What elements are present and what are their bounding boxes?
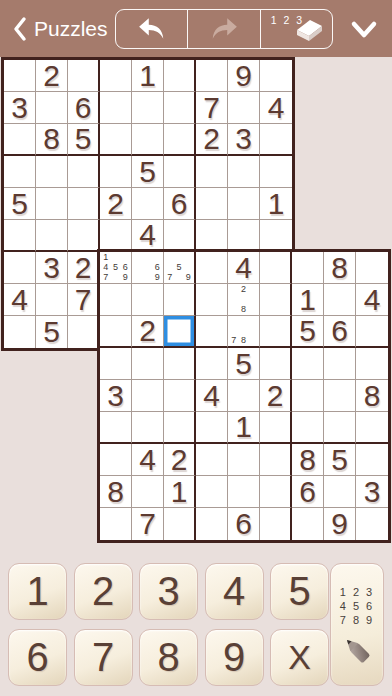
cell-r5c2[interactable] xyxy=(36,188,68,220)
cell-digit: 3 xyxy=(107,381,124,411)
cell-r3c5[interactable] xyxy=(132,124,164,156)
cell-r10c9[interactable] xyxy=(260,348,292,380)
cell-r3c3[interactable]: 5 xyxy=(68,124,100,156)
cell-r5c4[interactable]: 2 xyxy=(100,188,132,220)
cell-r10c4[interactable] xyxy=(100,348,132,380)
collapse-button[interactable] xyxy=(346,13,382,45)
chevron-down-icon xyxy=(349,16,379,42)
cell-r11c8[interactable] xyxy=(228,380,260,412)
cell-r6c4[interactable] xyxy=(100,220,132,252)
cell-r13c12[interactable] xyxy=(356,444,388,476)
header: Puzzles 1 2 3 xyxy=(0,0,392,57)
cell-r1c1[interactable] xyxy=(4,60,36,92)
back-button[interactable]: Puzzles xyxy=(6,0,112,57)
cell-digit: 6 xyxy=(171,189,188,219)
cell-r1c4[interactable] xyxy=(100,60,132,92)
cell-r13c9[interactable] xyxy=(260,444,292,476)
cell-r4c4[interactable] xyxy=(100,156,132,188)
cell-r7c8[interactable]: 4 xyxy=(228,252,260,284)
cell-r5c6[interactable]: 6 xyxy=(164,188,196,220)
cell-digit: 2 xyxy=(203,124,220,154)
pencil-marks: 78 xyxy=(229,317,258,345)
cell-digit: 4 xyxy=(139,445,156,475)
cell-r6c3[interactable] xyxy=(68,220,100,252)
pencil-marks: 69 xyxy=(133,253,162,282)
key-4[interactable]: 4 xyxy=(205,563,264,620)
cell-r1c9[interactable] xyxy=(260,60,292,92)
cell-r12c9[interactable] xyxy=(260,412,292,444)
cell-digit: 4 xyxy=(11,285,28,315)
cell-r3c7[interactable]: 2 xyxy=(196,124,228,156)
cell-r5c5[interactable] xyxy=(132,188,164,220)
cell-r1c3[interactable] xyxy=(68,60,100,92)
pencil-button-line3: 7 8 9 xyxy=(340,613,374,627)
cell-digit: 3 xyxy=(11,93,28,123)
cell-r9c6[interactable] xyxy=(164,316,196,348)
cell-r3c1[interactable] xyxy=(4,124,36,156)
key-5[interactable]: 5 xyxy=(270,563,329,620)
cell-r8c5[interactable] xyxy=(132,284,164,316)
undo-icon xyxy=(137,16,167,42)
cell-r8c11[interactable] xyxy=(324,284,356,316)
erase-pencil-marks-button[interactable]: 1 2 3 xyxy=(260,10,332,48)
cell-digit: 7 xyxy=(75,285,92,315)
cell-digit: 2 xyxy=(107,189,124,219)
cell-r3c6[interactable] xyxy=(164,124,196,156)
cell-digit: 8 xyxy=(43,124,60,154)
cell-r2c7[interactable]: 7 xyxy=(196,92,228,124)
cell-r13c7[interactable] xyxy=(196,444,228,476)
cell-r12c8[interactable]: 1 xyxy=(228,412,260,444)
cell-digit: 7 xyxy=(203,93,220,123)
key-6[interactable]: 6 xyxy=(8,629,67,686)
cell-r11c10[interactable] xyxy=(292,380,324,412)
cell-r8c3[interactable]: 7 xyxy=(68,284,100,316)
cell-digit: 5 xyxy=(43,317,60,347)
keypad: 123456789X 1 2 3 4 5 6 7 8 9 xyxy=(0,563,392,689)
cell-r5c7[interactable] xyxy=(196,188,228,220)
cell-r11c4[interactable]: 3 xyxy=(100,380,132,412)
cell-r14c12[interactable]: 3 xyxy=(356,476,388,508)
cell-r1c6[interactable] xyxy=(164,60,196,92)
cell-digit: 6 xyxy=(331,316,348,346)
cell-r8c1[interactable]: 4 xyxy=(4,284,36,316)
cell-r12c11[interactable] xyxy=(324,412,356,444)
cell-r14c8[interactable] xyxy=(228,476,260,508)
cell-digit: 5 xyxy=(331,445,348,475)
key-8[interactable]: 8 xyxy=(139,629,198,686)
key-9[interactable]: 9 xyxy=(205,629,264,686)
cell-r3c9[interactable] xyxy=(260,124,292,156)
pencil-button-line2: 4 5 6 xyxy=(340,599,374,613)
cell-r12c5[interactable] xyxy=(132,412,164,444)
cell-r10c5[interactable] xyxy=(132,348,164,380)
cell-r7c9[interactable] xyxy=(260,252,292,284)
cell-r12c4[interactable] xyxy=(100,412,132,444)
cell-r8c7[interactable] xyxy=(196,284,228,316)
cell-r8c4[interactable] xyxy=(100,284,132,316)
cell-digit: 5 xyxy=(11,189,28,219)
key-x[interactable]: X xyxy=(270,629,329,686)
cell-r13c11[interactable]: 5 xyxy=(324,444,356,476)
cell-r3c4[interactable] xyxy=(100,124,132,156)
cell-digit: 4 xyxy=(203,381,220,411)
cell-r11c5[interactable] xyxy=(132,380,164,412)
cell-r2c4[interactable] xyxy=(100,92,132,124)
cell-r5c8[interactable] xyxy=(228,188,260,220)
cell-r14c10[interactable]: 6 xyxy=(292,476,324,508)
cell-digit: 2 xyxy=(139,316,156,346)
cell-r2c8[interactable] xyxy=(228,92,260,124)
cell-r13c4[interactable] xyxy=(100,444,132,476)
pencil-marks: 579 xyxy=(165,253,193,282)
cell-r14c11[interactable] xyxy=(324,476,356,508)
cell-r10c8[interactable]: 5 xyxy=(228,348,260,380)
cell-r12c7[interactable] xyxy=(196,412,228,444)
cell-r4c8[interactable] xyxy=(228,156,260,188)
cell-r10c11[interactable] xyxy=(324,348,356,380)
cell-r7c4[interactable]: 145679 xyxy=(100,252,132,284)
cell-r14c7[interactable] xyxy=(196,476,228,508)
pencil-marks: 28 xyxy=(229,285,258,314)
cell-r6c9[interactable] xyxy=(260,220,292,252)
cell-digit: 1 xyxy=(268,189,285,219)
cell-digit: 1 xyxy=(299,285,316,315)
cell-digit: 2 xyxy=(171,445,188,475)
key-7[interactable]: 7 xyxy=(74,629,133,686)
cell-r2c2[interactable] xyxy=(36,92,68,124)
cell-digit: 8 xyxy=(364,381,381,411)
cell-r4c7[interactable] xyxy=(196,156,228,188)
toolbar: 1 2 3 xyxy=(115,9,333,49)
cell-r12c12[interactable] xyxy=(356,412,388,444)
cell-r9c4[interactable] xyxy=(100,316,132,348)
cell-r13c10[interactable]: 8 xyxy=(292,444,324,476)
cell-digit: 3 xyxy=(364,477,381,507)
cell-r4c9[interactable] xyxy=(260,156,292,188)
cell-r2c5[interactable] xyxy=(132,92,164,124)
cell-r11c12[interactable]: 8 xyxy=(356,380,388,412)
cell-r2c9[interactable]: 4 xyxy=(260,92,292,124)
cell-r11c11[interactable] xyxy=(324,380,356,412)
cell-digit: 5 xyxy=(235,349,252,379)
cell-r4c1[interactable] xyxy=(4,156,36,188)
cell-r9c1[interactable] xyxy=(4,316,36,348)
sudoku-grid-2: 145679695794828142785653428142858163769 xyxy=(97,249,391,543)
cell-r15c5[interactable]: 7 xyxy=(132,508,164,540)
cell-digit: 5 xyxy=(139,157,156,187)
pencil-icon xyxy=(338,631,376,669)
cell-r6c6[interactable] xyxy=(164,220,196,252)
cell-digit: 9 xyxy=(331,509,348,539)
key-3[interactable]: 3 xyxy=(139,563,198,620)
cell-r9c10[interactable]: 5 xyxy=(292,316,324,348)
cell-r7c5[interactable]: 69 xyxy=(132,252,164,284)
cell-r1c8[interactable]: 9 xyxy=(228,60,260,92)
cell-r9c11[interactable]: 6 xyxy=(324,316,356,348)
pencil-mode-button[interactable]: 1 2 3 4 5 6 7 8 9 xyxy=(330,563,384,686)
cell-r8c9[interactable] xyxy=(260,284,292,316)
cell-r11c9[interactable]: 2 xyxy=(260,380,292,412)
undo-button[interactable] xyxy=(116,10,187,48)
chevron-left-icon xyxy=(10,16,30,42)
board: 2193674852355261432145679695794472852781… xyxy=(0,57,392,549)
cell-r9c9[interactable] xyxy=(260,316,292,348)
cell-r2c3[interactable]: 6 xyxy=(68,92,100,124)
redo-icon xyxy=(209,16,239,42)
cell-r6c5[interactable]: 4 xyxy=(132,220,164,252)
cell-r6c1[interactable] xyxy=(4,220,36,252)
pencil-button-line1: 1 2 3 xyxy=(340,585,374,599)
cell-digit: 1 xyxy=(171,477,188,507)
cell-r7c3[interactable]: 2 xyxy=(68,252,100,284)
cell-digit: 3 xyxy=(235,124,252,154)
back-label: Puzzles xyxy=(34,17,108,41)
cell-r5c9[interactable]: 1 xyxy=(260,188,292,220)
cell-digit: 1 xyxy=(235,412,252,442)
cell-r9c12[interactable] xyxy=(356,316,388,348)
cell-r14c4[interactable]: 8 xyxy=(100,476,132,508)
cell-digit: 4 xyxy=(364,285,381,315)
cell-r6c2[interactable] xyxy=(36,220,68,252)
cell-r10c10[interactable] xyxy=(292,348,324,380)
cell-r8c12[interactable]: 4 xyxy=(356,284,388,316)
cell-r4c2[interactable] xyxy=(36,156,68,188)
cell-r1c7[interactable] xyxy=(196,60,228,92)
cell-digit: 6 xyxy=(235,509,252,539)
cell-digit: 4 xyxy=(268,93,285,123)
cell-r8c2[interactable] xyxy=(36,284,68,316)
cell-r1c2[interactable]: 2 xyxy=(36,60,68,92)
cell-digit: 5 xyxy=(299,316,316,346)
cell-r2c6[interactable] xyxy=(164,92,196,124)
cell-r14c5[interactable] xyxy=(132,476,164,508)
key-2[interactable]: 2 xyxy=(74,563,133,620)
cell-r15c12[interactable] xyxy=(356,508,388,540)
cell-r2c1[interactable]: 3 xyxy=(4,92,36,124)
cell-r4c6[interactable] xyxy=(164,156,196,188)
cell-digit: 5 xyxy=(75,124,92,154)
cell-r8c8[interactable]: 28 xyxy=(228,284,260,316)
cell-r15c6[interactable] xyxy=(164,508,196,540)
cell-r10c12[interactable] xyxy=(356,348,388,380)
cell-digit: 6 xyxy=(299,477,316,507)
cell-r7c10[interactable] xyxy=(292,252,324,284)
cell-r15c9[interactable] xyxy=(260,508,292,540)
cell-r9c5[interactable]: 2 xyxy=(132,316,164,348)
eraser-icon xyxy=(291,14,327,46)
cell-r6c7[interactable] xyxy=(196,220,228,252)
cell-r14c9[interactable] xyxy=(260,476,292,508)
cell-r10c7[interactable] xyxy=(196,348,228,380)
cell-r5c1[interactable]: 5 xyxy=(4,188,36,220)
key-1[interactable]: 1 xyxy=(8,563,67,620)
cell-r7c6[interactable]: 579 xyxy=(164,252,196,284)
cell-digit: 8 xyxy=(107,477,124,507)
cell-r13c8[interactable] xyxy=(228,444,260,476)
cell-digit: 4 xyxy=(235,253,252,283)
cell-r12c10[interactable] xyxy=(292,412,324,444)
cell-r11c7[interactable]: 4 xyxy=(196,380,228,412)
cell-r6c8[interactable] xyxy=(228,220,260,252)
cell-r15c11[interactable]: 9 xyxy=(324,508,356,540)
cell-r7c7[interactable] xyxy=(196,252,228,284)
cell-digit: 1 xyxy=(139,61,156,91)
cell-r8c10[interactable]: 1 xyxy=(292,284,324,316)
cell-r13c6[interactable]: 2 xyxy=(164,444,196,476)
cell-digit: 9 xyxy=(235,61,252,91)
cell-digit: 6 xyxy=(75,93,92,123)
cell-r12c6[interactable] xyxy=(164,412,196,444)
cell-r3c8[interactable]: 3 xyxy=(228,124,260,156)
cell-r15c7[interactable] xyxy=(196,508,228,540)
cell-r7c2[interactable]: 3 xyxy=(36,252,68,284)
cell-digit: 3 xyxy=(43,253,60,283)
cell-digit: 8 xyxy=(299,445,316,475)
cell-r9c8[interactable]: 78 xyxy=(228,316,260,348)
cell-digit: 7 xyxy=(139,509,156,539)
cell-digit: 8 xyxy=(331,253,348,283)
pencil-marks: 145679 xyxy=(101,253,130,282)
cell-r15c4[interactable] xyxy=(100,508,132,540)
cell-r10c6[interactable] xyxy=(164,348,196,380)
cell-r11c6[interactable] xyxy=(164,380,196,412)
redo-button[interactable] xyxy=(187,10,259,48)
cell-r7c11[interactable]: 8 xyxy=(324,252,356,284)
cell-r4c3[interactable] xyxy=(68,156,100,188)
cell-r5c3[interactable] xyxy=(68,188,100,220)
cell-r7c1[interactable] xyxy=(4,252,36,284)
cell-r13c5[interactable]: 4 xyxy=(132,444,164,476)
cell-r9c3[interactable] xyxy=(68,316,100,348)
cell-r8c6[interactable] xyxy=(164,284,196,316)
cell-digit: 2 xyxy=(267,381,284,411)
cell-r15c8[interactable]: 6 xyxy=(228,508,260,540)
cell-digit: 2 xyxy=(75,253,92,283)
cell-r7c12[interactable] xyxy=(356,252,388,284)
cell-digit: 2 xyxy=(43,61,60,91)
cell-r14c6[interactable]: 1 xyxy=(164,476,196,508)
cell-digit: 4 xyxy=(139,220,156,250)
cell-r9c7[interactable] xyxy=(196,316,228,348)
cell-r15c10[interactable] xyxy=(292,508,324,540)
cell-r4c5[interactable]: 5 xyxy=(132,156,164,188)
cell-r1c5[interactable]: 1 xyxy=(132,60,164,92)
cell-r3c2[interactable]: 8 xyxy=(36,124,68,156)
cell-r9c2[interactable]: 5 xyxy=(36,316,68,348)
